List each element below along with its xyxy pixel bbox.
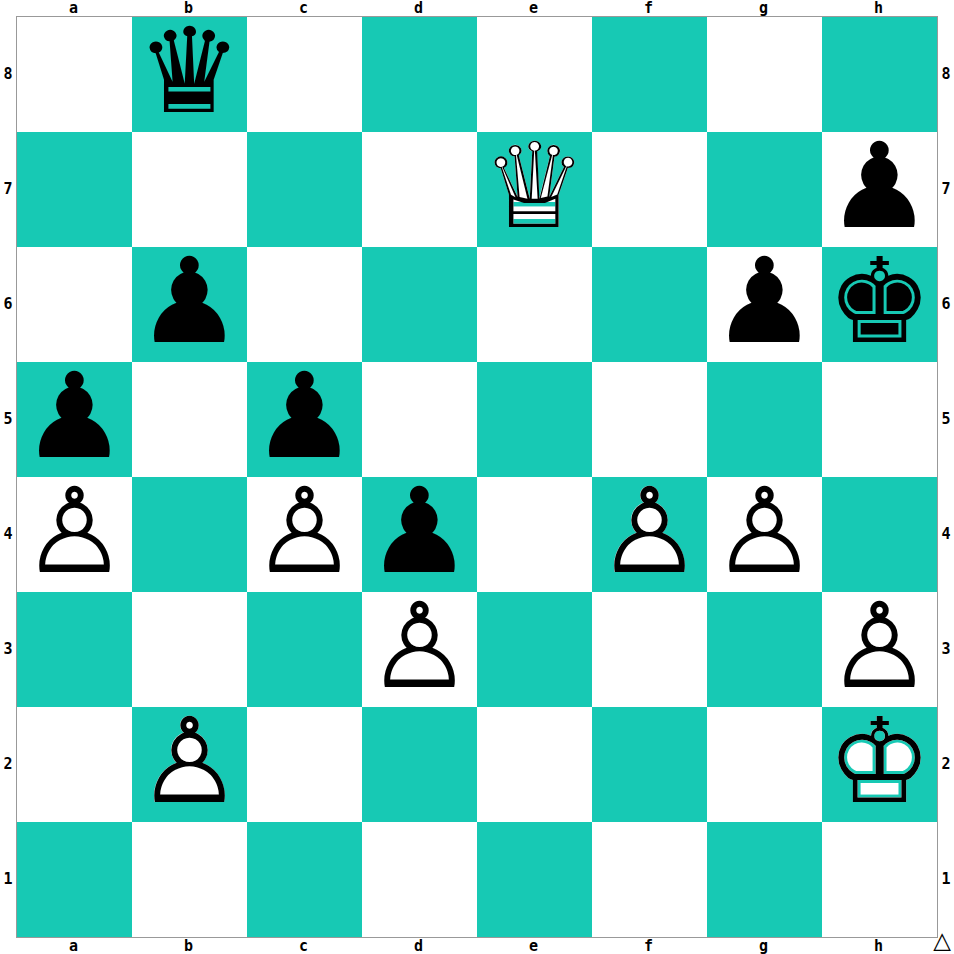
- white-pawn-glyph: ♙: [132, 707, 247, 822]
- chess-board: ♛♛♕♟♟♟♚♟♟♟♙♟♙♟♟♙♟♙♟♙♟♙♟♙♚♔: [16, 16, 938, 938]
- square-b1[interactable]: [132, 822, 247, 937]
- square-h1[interactable]: [822, 822, 937, 937]
- square-c1[interactable]: [247, 822, 362, 937]
- black-pawn-glyph: ♟: [17, 362, 132, 477]
- file-label-bottom-g: g: [706, 938, 821, 954]
- square-e3[interactable]: [477, 592, 592, 707]
- rank-label-right-3: 3: [938, 591, 954, 706]
- file-label-bottom-h: h: [821, 938, 936, 954]
- square-a7[interactable]: [17, 132, 132, 247]
- file-label-top-a: a: [16, 0, 131, 16]
- rank-label-right-8: 8: [938, 16, 954, 131]
- square-h7[interactable]: ♟: [822, 132, 937, 247]
- rank-label-right-6: 6: [938, 246, 954, 361]
- black-pawn[interactable]: ♟: [132, 247, 247, 362]
- square-f3[interactable]: [592, 592, 707, 707]
- white-pawn-glyph: ♙: [822, 592, 937, 707]
- square-g6[interactable]: ♟: [707, 247, 822, 362]
- black-pawn-glyph: ♟: [822, 132, 937, 247]
- square-g2[interactable]: [707, 707, 822, 822]
- black-pawn[interactable]: ♟: [362, 477, 477, 592]
- white-pawn-glyph: ♙: [17, 477, 132, 592]
- square-b4[interactable]: [132, 477, 247, 592]
- white-pawn[interactable]: ♟♙: [592, 477, 707, 592]
- square-b8[interactable]: ♛: [132, 17, 247, 132]
- file-label-top-d: d: [361, 0, 476, 16]
- white-pawn-glyph: ♙: [592, 477, 707, 592]
- square-f2[interactable]: [592, 707, 707, 822]
- black-pawn-glyph: ♟: [132, 247, 247, 362]
- square-e2[interactable]: [477, 707, 592, 822]
- file-label-top-g: g: [706, 0, 821, 16]
- file-label-bottom-f: f: [591, 938, 706, 954]
- white-pawn[interactable]: ♟♙: [362, 592, 477, 707]
- square-a8[interactable]: [17, 17, 132, 132]
- square-e8[interactable]: [477, 17, 592, 132]
- rank-label-right-5: 5: [938, 361, 954, 476]
- square-a6[interactable]: [17, 247, 132, 362]
- black-pawn-glyph: ♟: [247, 362, 362, 477]
- rank-label-left-5: 5: [0, 361, 16, 476]
- square-f6[interactable]: [592, 247, 707, 362]
- rank-label-left-4: 4: [0, 476, 16, 591]
- black-king[interactable]: ♚: [822, 247, 937, 362]
- rank-labels-right: 87654321: [938, 16, 954, 936]
- rank-label-left-7: 7: [0, 131, 16, 246]
- black-king-glyph: ♚: [822, 247, 937, 362]
- black-pawn[interactable]: ♟: [707, 247, 822, 362]
- white-to-move-triangle-icon: △: [930, 926, 954, 954]
- white-king[interactable]: ♚♔: [822, 707, 937, 822]
- square-c5[interactable]: ♟: [247, 362, 362, 477]
- square-g5[interactable]: [707, 362, 822, 477]
- square-e1[interactable]: [477, 822, 592, 937]
- square-a5[interactable]: ♟: [17, 362, 132, 477]
- square-h2[interactable]: ♚♔: [822, 707, 937, 822]
- chess-diagram: abcdefgh 87654321 ♛♛♕♟♟♟♚♟♟♟♙♟♙♟♟♙♟♙♟♙♟♙…: [0, 0, 954, 954]
- square-e5[interactable]: [477, 362, 592, 477]
- file-label-bottom-a: a: [16, 938, 131, 954]
- square-f1[interactable]: [592, 822, 707, 937]
- rank-label-right-1: 1: [938, 821, 954, 936]
- black-pawn[interactable]: ♟: [17, 362, 132, 477]
- square-b3[interactable]: [132, 592, 247, 707]
- square-h8[interactable]: [822, 17, 937, 132]
- square-a2[interactable]: [17, 707, 132, 822]
- square-d8[interactable]: [362, 17, 477, 132]
- rank-label-right-2: 2: [938, 706, 954, 821]
- square-c4[interactable]: ♟♙: [247, 477, 362, 592]
- square-f7[interactable]: [592, 132, 707, 247]
- square-b2[interactable]: ♟♙: [132, 707, 247, 822]
- white-pawn-glyph: ♙: [362, 592, 477, 707]
- square-d2[interactable]: [362, 707, 477, 822]
- file-labels-bottom: abcdefgh: [16, 938, 936, 954]
- square-c3[interactable]: [247, 592, 362, 707]
- black-pawn-glyph: ♟: [707, 247, 822, 362]
- file-label-bottom-d: d: [361, 938, 476, 954]
- rank-label-right-7: 7: [938, 131, 954, 246]
- rank-label-left-8: 8: [0, 16, 16, 131]
- square-h3[interactable]: ♟♙: [822, 592, 937, 707]
- square-d7[interactable]: [362, 132, 477, 247]
- black-queen-glyph: ♛: [132, 17, 247, 132]
- white-pawn-glyph: ♙: [247, 477, 362, 592]
- white-pawn[interactable]: ♟♙: [247, 477, 362, 592]
- square-a1[interactable]: [17, 822, 132, 937]
- square-e6[interactable]: [477, 247, 592, 362]
- file-label-bottom-e: e: [476, 938, 591, 954]
- rank-label-left-3: 3: [0, 591, 16, 706]
- square-b5[interactable]: [132, 362, 247, 477]
- rank-label-right-4: 4: [938, 476, 954, 591]
- square-e7[interactable]: ♛♕: [477, 132, 592, 247]
- square-d3[interactable]: ♟♙: [362, 592, 477, 707]
- square-a4[interactable]: ♟♙: [17, 477, 132, 592]
- square-c7[interactable]: [247, 132, 362, 247]
- black-pawn-glyph: ♟: [362, 477, 477, 592]
- square-h5[interactable]: [822, 362, 937, 477]
- square-d6[interactable]: [362, 247, 477, 362]
- square-b7[interactable]: [132, 132, 247, 247]
- black-pawn[interactable]: ♟: [822, 132, 937, 247]
- black-pawn[interactable]: ♟: [247, 362, 362, 477]
- rank-label-left-6: 6: [0, 246, 16, 361]
- file-label-bottom-c: c: [246, 938, 361, 954]
- file-label-top-h: h: [821, 0, 936, 16]
- white-pawn-glyph: ♙: [707, 477, 822, 592]
- square-g1[interactable]: [707, 822, 822, 937]
- white-pawn[interactable]: ♟♙: [707, 477, 822, 592]
- square-f8[interactable]: [592, 17, 707, 132]
- square-h6[interactable]: ♚: [822, 247, 937, 362]
- square-f5[interactable]: [592, 362, 707, 477]
- file-label-top-e: e: [476, 0, 591, 16]
- white-queen[interactable]: ♛♕: [477, 132, 592, 247]
- file-label-top-f: f: [591, 0, 706, 16]
- rank-label-left-2: 2: [0, 706, 16, 821]
- file-label-bottom-b: b: [131, 938, 246, 954]
- square-d4[interactable]: ♟: [362, 477, 477, 592]
- white-pawn[interactable]: ♟♙: [132, 707, 247, 822]
- square-c8[interactable]: [247, 17, 362, 132]
- square-c6[interactable]: [247, 247, 362, 362]
- white-queen-glyph: ♕: [477, 132, 592, 247]
- square-h4[interactable]: [822, 477, 937, 592]
- square-b6[interactable]: ♟: [132, 247, 247, 362]
- square-g3[interactable]: [707, 592, 822, 707]
- rank-label-left-1: 1: [0, 821, 16, 936]
- square-d1[interactable]: [362, 822, 477, 937]
- square-g8[interactable]: [707, 17, 822, 132]
- white-pawn[interactable]: ♟♙: [822, 592, 937, 707]
- white-king-glyph: ♔: [822, 707, 937, 822]
- square-d5[interactable]: [362, 362, 477, 477]
- square-e4[interactable]: [477, 477, 592, 592]
- file-label-top-c: c: [246, 0, 361, 16]
- square-g4[interactable]: ♟♙: [707, 477, 822, 592]
- white-pawn[interactable]: ♟♙: [17, 477, 132, 592]
- square-g7[interactable]: [707, 132, 822, 247]
- rank-labels-left: 87654321: [0, 16, 16, 936]
- black-queen[interactable]: ♛: [132, 17, 247, 132]
- square-f4[interactable]: ♟♙: [592, 477, 707, 592]
- square-c2[interactable]: [247, 707, 362, 822]
- square-a3[interactable]: [17, 592, 132, 707]
